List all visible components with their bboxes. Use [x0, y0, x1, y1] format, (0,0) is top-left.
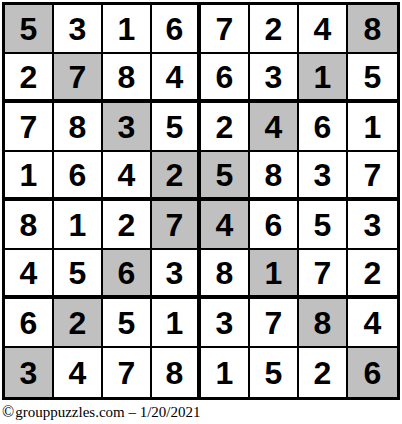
- cell-r7c3: 5: [103, 299, 152, 348]
- cell-r2c8: 5: [348, 54, 397, 103]
- cell-r6c7: 7: [299, 250, 348, 299]
- cell-r3c6: 4: [250, 103, 299, 152]
- cell-r8c4: 8: [152, 348, 201, 397]
- footer: ©grouppuzzles.com – 1/20/2021: [2, 403, 402, 421]
- cell-r8c3: 7: [103, 348, 152, 397]
- cell-r6c8: 2: [348, 250, 397, 299]
- sudoku-board: 5316724827846315783524611642583781274653…: [2, 2, 400, 400]
- cell-r5c4: 7: [152, 201, 201, 250]
- cell-r3c8: 1: [348, 103, 397, 152]
- cell-r4c7: 3: [299, 152, 348, 201]
- cell-r7c5: 3: [201, 299, 250, 348]
- cell-r5c2: 1: [54, 201, 103, 250]
- cell-r5c6: 6: [250, 201, 299, 250]
- cell-r1c3: 1: [103, 5, 152, 54]
- cell-r1c4: 6: [152, 5, 201, 54]
- cell-r6c1: 4: [5, 250, 54, 299]
- cell-r3c2: 8: [54, 103, 103, 152]
- cell-r1c8: 8: [348, 5, 397, 54]
- cell-r7c2: 2: [54, 299, 103, 348]
- cell-r4c1: 1: [5, 152, 54, 201]
- cell-r3c3: 3: [103, 103, 152, 152]
- cell-r3c5: 2: [201, 103, 250, 152]
- cell-r6c4: 3: [152, 250, 201, 299]
- cell-r2c4: 4: [152, 54, 201, 103]
- cell-r5c1: 8: [5, 201, 54, 250]
- cell-r6c5: 8: [201, 250, 250, 299]
- cell-r4c8: 7: [348, 152, 397, 201]
- cell-r7c6: 7: [250, 299, 299, 348]
- cell-r7c4: 1: [152, 299, 201, 348]
- cell-r1c1: 5: [5, 5, 54, 54]
- cell-r8c7: 2: [299, 348, 348, 397]
- cell-r2c3: 8: [103, 54, 152, 103]
- cell-r8c5: 1: [201, 348, 250, 397]
- cell-r2c1: 2: [5, 54, 54, 103]
- cell-r8c1: 3: [5, 348, 54, 397]
- cell-r1c5: 7: [201, 5, 250, 54]
- cell-r3c4: 5: [152, 103, 201, 152]
- footer-text: grouppuzzles.com – 1/20/2021: [15, 404, 200, 420]
- cell-r7c8: 4: [348, 299, 397, 348]
- cell-r2c2: 7: [54, 54, 103, 103]
- cell-r1c7: 4: [299, 5, 348, 54]
- cell-r5c5: 4: [201, 201, 250, 250]
- cell-r6c2: 5: [54, 250, 103, 299]
- cell-r3c7: 6: [299, 103, 348, 152]
- cell-r6c6: 1: [250, 250, 299, 299]
- cell-r7c7: 8: [299, 299, 348, 348]
- cell-r4c3: 4: [103, 152, 152, 201]
- cell-r7c1: 6: [5, 299, 54, 348]
- cell-r2c5: 6: [201, 54, 250, 103]
- page: 5316724827846315783524611642583781274653…: [0, 0, 402, 424]
- cell-r1c2: 3: [54, 5, 103, 54]
- cell-r2c7: 1: [299, 54, 348, 103]
- cell-r4c4: 2: [152, 152, 201, 201]
- copyright-icon: ©: [2, 403, 14, 420]
- cell-r5c7: 5: [299, 201, 348, 250]
- cell-r1c6: 2: [250, 5, 299, 54]
- cell-r8c6: 5: [250, 348, 299, 397]
- cell-r5c8: 3: [348, 201, 397, 250]
- cell-r5c3: 2: [103, 201, 152, 250]
- cell-r6c3: 6: [103, 250, 152, 299]
- cell-r4c2: 6: [54, 152, 103, 201]
- cell-r2c6: 3: [250, 54, 299, 103]
- cell-r4c5: 5: [201, 152, 250, 201]
- cell-r3c1: 7: [5, 103, 54, 152]
- cell-r8c2: 4: [54, 348, 103, 397]
- cell-r8c8: 6: [348, 348, 397, 397]
- cell-r4c6: 8: [250, 152, 299, 201]
